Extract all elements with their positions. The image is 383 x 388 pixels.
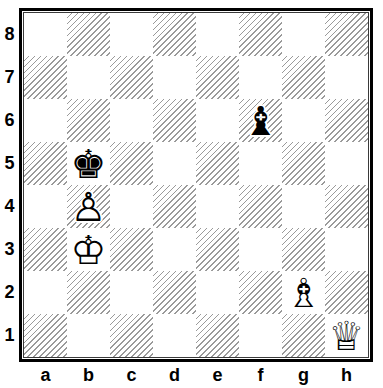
square-a4[interactable]: [24, 185, 67, 228]
board-grid: ♝♚♟♙♚♔♝♗♛♕: [24, 13, 368, 357]
file-label-c: c: [110, 362, 153, 388]
square-f4[interactable]: [239, 185, 282, 228]
square-d1[interactable]: [153, 314, 196, 357]
square-g1[interactable]: [282, 314, 325, 357]
rank-label-7: 7: [0, 56, 19, 99]
black-bishop-glyph: ♝: [239, 99, 282, 142]
white-bishop-outline-glyph: ♗: [282, 271, 325, 314]
square-f7[interactable]: [239, 56, 282, 99]
square-d7[interactable]: [153, 56, 196, 99]
square-d4[interactable]: [153, 185, 196, 228]
white-pawn-outline-glyph: ♙: [67, 185, 110, 228]
square-f6[interactable]: ♝: [239, 99, 282, 142]
square-g7[interactable]: [282, 56, 325, 99]
square-b5[interactable]: ♚: [67, 142, 110, 185]
white-queen-outline-glyph: ♕: [325, 314, 368, 357]
square-f3[interactable]: [239, 228, 282, 271]
rank-label-3: 3: [0, 228, 19, 271]
board-frame: ♝♚♟♙♚♔♝♗♛♕: [19, 8, 373, 362]
square-b6[interactable]: [67, 99, 110, 142]
square-b3[interactable]: ♚♔: [67, 228, 110, 271]
rank-label-1: 1: [0, 314, 19, 357]
square-e4[interactable]: [196, 185, 239, 228]
square-h5[interactable]: [325, 142, 368, 185]
rank-label-8: 8: [0, 13, 19, 56]
file-label-h: h: [325, 362, 368, 388]
square-d2[interactable]: [153, 271, 196, 314]
square-e3[interactable]: [196, 228, 239, 271]
square-d3[interactable]: [153, 228, 196, 271]
black-king-piece[interactable]: ♚: [67, 142, 110, 185]
square-d6[interactable]: [153, 99, 196, 142]
square-h6[interactable]: [325, 99, 368, 142]
file-label-g: g: [282, 362, 325, 388]
square-h4[interactable]: [325, 185, 368, 228]
square-h3[interactable]: [325, 228, 368, 271]
square-c3[interactable]: [110, 228, 153, 271]
square-c7[interactable]: [110, 56, 153, 99]
square-h2[interactable]: [325, 271, 368, 314]
square-e2[interactable]: [196, 271, 239, 314]
square-g5[interactable]: [282, 142, 325, 185]
square-c1[interactable]: [110, 314, 153, 357]
rank-label-6: 6: [0, 99, 19, 142]
chess-diagram: 87654321 ♝♚♟♙♚♔♝♗♛♕ abcdefgh: [0, 0, 383, 388]
square-e1[interactable]: [196, 314, 239, 357]
square-a6[interactable]: [24, 99, 67, 142]
file-label-e: e: [196, 362, 239, 388]
square-d8[interactable]: [153, 13, 196, 56]
square-e5[interactable]: [196, 142, 239, 185]
square-e7[interactable]: [196, 56, 239, 99]
file-label-d: d: [153, 362, 196, 388]
square-c8[interactable]: [110, 13, 153, 56]
square-h8[interactable]: [325, 13, 368, 56]
square-h7[interactable]: [325, 56, 368, 99]
file-labels: abcdefgh: [24, 362, 368, 388]
white-king-piece[interactable]: ♚♔: [67, 228, 110, 271]
square-c6[interactable]: [110, 99, 153, 142]
rank-label-5: 5: [0, 142, 19, 185]
square-a7[interactable]: [24, 56, 67, 99]
square-a1[interactable]: [24, 314, 67, 357]
square-b2[interactable]: [67, 271, 110, 314]
square-a8[interactable]: [24, 13, 67, 56]
square-f1[interactable]: [239, 314, 282, 357]
square-a2[interactable]: [24, 271, 67, 314]
board-inner-border: ♝♚♟♙♚♔♝♗♛♕: [23, 12, 369, 358]
white-bishop-piece[interactable]: ♝♗: [282, 271, 325, 314]
black-bishop-piece[interactable]: ♝: [239, 99, 282, 142]
file-label-a: a: [24, 362, 67, 388]
square-g4[interactable]: [282, 185, 325, 228]
white-king-outline-glyph: ♔: [67, 228, 110, 271]
square-e6[interactable]: [196, 99, 239, 142]
square-f5[interactable]: [239, 142, 282, 185]
square-b8[interactable]: [67, 13, 110, 56]
square-h1[interactable]: ♛♕: [325, 314, 368, 357]
white-queen-piece[interactable]: ♛♕: [325, 314, 368, 357]
square-c5[interactable]: [110, 142, 153, 185]
square-c4[interactable]: [110, 185, 153, 228]
rank-label-2: 2: [0, 271, 19, 314]
square-a5[interactable]: [24, 142, 67, 185]
file-label-b: b: [67, 362, 110, 388]
square-d5[interactable]: [153, 142, 196, 185]
square-c2[interactable]: [110, 271, 153, 314]
square-g2[interactable]: ♝♗: [282, 271, 325, 314]
rank-label-4: 4: [0, 185, 19, 228]
square-b4[interactable]: ♟♙: [67, 185, 110, 228]
square-b7[interactable]: [67, 56, 110, 99]
black-king-glyph: ♚: [67, 142, 110, 185]
square-f2[interactable]: [239, 271, 282, 314]
square-f8[interactable]: [239, 13, 282, 56]
square-g8[interactable]: [282, 13, 325, 56]
rank-labels: 87654321: [0, 13, 19, 357]
white-pawn-piece[interactable]: ♟♙: [67, 185, 110, 228]
square-e8[interactable]: [196, 13, 239, 56]
square-b1[interactable]: [67, 314, 110, 357]
square-g3[interactable]: [282, 228, 325, 271]
square-g6[interactable]: [282, 99, 325, 142]
file-label-f: f: [239, 362, 282, 388]
square-a3[interactable]: [24, 228, 67, 271]
